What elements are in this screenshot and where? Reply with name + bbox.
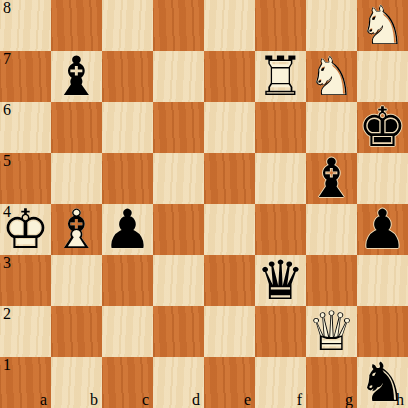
square-f6[interactable] <box>255 102 306 153</box>
piece-outline-glyph: ♔ <box>0 204 51 255</box>
square-g7[interactable]: ♞♘ <box>306 51 357 102</box>
square-h4[interactable]: ♟ <box>357 204 408 255</box>
square-c8[interactable] <box>102 0 153 51</box>
square-e4[interactable] <box>204 204 255 255</box>
square-e1[interactable]: e <box>204 357 255 408</box>
square-b6[interactable] <box>51 102 102 153</box>
piece-black-king[interactable]: ♚ <box>357 102 408 153</box>
piece-glyph: ♞ <box>357 357 408 408</box>
square-a5[interactable]: 5 <box>0 153 51 204</box>
square-e8[interactable] <box>204 0 255 51</box>
piece-white-knight[interactable]: ♞♘ <box>357 0 408 51</box>
square-h1[interactable]: h♞ <box>357 357 408 408</box>
piece-outline-glyph: ♕ <box>306 306 357 357</box>
square-d5[interactable] <box>153 153 204 204</box>
square-e6[interactable] <box>204 102 255 153</box>
square-f2[interactable] <box>255 306 306 357</box>
file-label-f: f <box>297 391 302 408</box>
square-g2[interactable]: ♛♕ <box>306 306 357 357</box>
piece-glyph: ♟ <box>102 204 153 255</box>
piece-outline-glyph: ♘ <box>357 0 408 51</box>
square-c7[interactable] <box>102 51 153 102</box>
piece-outline-glyph: ♗ <box>51 204 102 255</box>
square-f1[interactable]: f <box>255 357 306 408</box>
square-c2[interactable] <box>102 306 153 357</box>
square-g6[interactable] <box>306 102 357 153</box>
square-e7[interactable] <box>204 51 255 102</box>
square-a7[interactable]: 7 <box>0 51 51 102</box>
rank-label-6: 6 <box>3 101 11 119</box>
square-g3[interactable] <box>306 255 357 306</box>
rank-label-5: 5 <box>3 152 11 170</box>
square-a3[interactable]: 3 <box>0 255 51 306</box>
square-f8[interactable] <box>255 0 306 51</box>
chess-board: 8♞♘7♝♜♖♞♘6♚5♝4♚♔♝♗♟♟3♛2♛♕1abcdefgh♞ <box>0 0 408 408</box>
square-d1[interactable]: d <box>153 357 204 408</box>
square-b7[interactable]: ♝ <box>51 51 102 102</box>
square-b4[interactable]: ♝♗ <box>51 204 102 255</box>
piece-glyph: ♝ <box>51 51 102 102</box>
piece-outline-glyph: ♘ <box>306 51 357 102</box>
piece-black-bishop[interactable]: ♝ <box>51 51 102 102</box>
square-g4[interactable] <box>306 204 357 255</box>
file-label-a: a <box>40 391 47 408</box>
square-f4[interactable] <box>255 204 306 255</box>
file-label-e: e <box>244 391 251 408</box>
rank-label-7: 7 <box>3 50 11 68</box>
file-label-b: b <box>90 391 98 408</box>
square-h5[interactable] <box>357 153 408 204</box>
square-d7[interactable] <box>153 51 204 102</box>
rank-label-2: 2 <box>3 305 11 323</box>
piece-white-bishop[interactable]: ♝♗ <box>51 204 102 255</box>
square-c1[interactable]: c <box>102 357 153 408</box>
piece-glyph: ♟ <box>357 204 408 255</box>
square-a1[interactable]: 1a <box>0 357 51 408</box>
square-b5[interactable] <box>51 153 102 204</box>
square-a4[interactable]: 4♚♔ <box>0 204 51 255</box>
piece-white-rook[interactable]: ♜♖ <box>255 51 306 102</box>
square-f5[interactable] <box>255 153 306 204</box>
square-e3[interactable] <box>204 255 255 306</box>
rank-label-1: 1 <box>3 356 11 374</box>
square-e2[interactable] <box>204 306 255 357</box>
piece-white-knight[interactable]: ♞♘ <box>306 51 357 102</box>
piece-black-bishop[interactable]: ♝ <box>306 153 357 204</box>
square-g8[interactable] <box>306 0 357 51</box>
square-d6[interactable] <box>153 102 204 153</box>
square-f7[interactable]: ♜♖ <box>255 51 306 102</box>
square-h6[interactable]: ♚ <box>357 102 408 153</box>
square-d3[interactable] <box>153 255 204 306</box>
piece-black-pawn[interactable]: ♟ <box>357 204 408 255</box>
square-h8[interactable]: ♞♘ <box>357 0 408 51</box>
piece-black-queen[interactable]: ♛ <box>255 255 306 306</box>
square-e5[interactable] <box>204 153 255 204</box>
square-c6[interactable] <box>102 102 153 153</box>
square-h3[interactable] <box>357 255 408 306</box>
square-g1[interactable]: g <box>306 357 357 408</box>
rank-label-8: 8 <box>3 0 11 17</box>
square-f3[interactable]: ♛ <box>255 255 306 306</box>
square-h2[interactable] <box>357 306 408 357</box>
piece-white-queen[interactable]: ♛♕ <box>306 306 357 357</box>
square-b8[interactable] <box>51 0 102 51</box>
square-d8[interactable] <box>153 0 204 51</box>
file-label-c: c <box>142 391 149 408</box>
square-a6[interactable]: 6 <box>0 102 51 153</box>
piece-black-knight[interactable]: ♞ <box>357 357 408 408</box>
square-b2[interactable] <box>51 306 102 357</box>
piece-glyph: ♛ <box>255 255 306 306</box>
piece-white-king[interactable]: ♚♔ <box>0 204 51 255</box>
square-c4[interactable]: ♟ <box>102 204 153 255</box>
file-label-d: d <box>192 391 200 408</box>
square-g5[interactable]: ♝ <box>306 153 357 204</box>
piece-glyph: ♚ <box>357 102 408 153</box>
square-c5[interactable] <box>102 153 153 204</box>
square-d2[interactable] <box>153 306 204 357</box>
piece-outline-glyph: ♖ <box>255 51 306 102</box>
square-b3[interactable] <box>51 255 102 306</box>
square-a2[interactable]: 2 <box>0 306 51 357</box>
file-label-g: g <box>345 391 353 408</box>
square-a8[interactable]: 8 <box>0 0 51 51</box>
square-c3[interactable] <box>102 255 153 306</box>
square-h7[interactable] <box>357 51 408 102</box>
square-d4[interactable] <box>153 204 204 255</box>
piece-black-pawn[interactable]: ♟ <box>102 204 153 255</box>
piece-glyph: ♝ <box>306 153 357 204</box>
square-b1[interactable]: b <box>51 357 102 408</box>
